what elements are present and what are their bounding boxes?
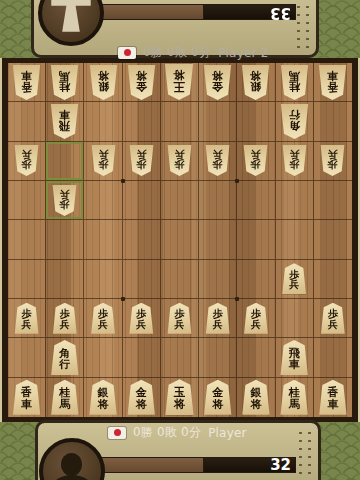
board-cell[interactable]: 歩兵 <box>46 299 84 338</box>
board-cell[interactable] <box>314 260 352 299</box>
bottom-player-panel: 0勝 0敗 0分 Player 32 <box>35 420 321 480</box>
board-cell[interactable]: 銀将 <box>84 63 122 102</box>
gote-knight-piece[interactable]: 桂馬 <box>49 65 80 100</box>
gote-pawn-piece[interactable]: 歩兵 <box>13 145 40 176</box>
board-cell[interactable]: 歩兵 <box>161 142 199 181</box>
bottom-player-record: 0勝 0敗 0分 <box>133 424 201 441</box>
top-player-panel: 33 0勝 0敗 0分 Player 2 <box>31 0 319 58</box>
board-cell[interactable]: 香車 <box>314 378 352 417</box>
board-cell[interactable] <box>237 102 275 141</box>
shogi-app-screen: 香車桂馬銀将金将王将金将銀将桂馬香車飛車角行歩兵歩兵歩兵歩兵歩兵歩兵歩兵歩兵歩兵… <box>0 0 360 480</box>
board-cell[interactable] <box>237 220 275 259</box>
gote-lance-piece[interactable]: 香車 <box>317 65 348 100</box>
gote-bishop-piece[interactable]: 角行 <box>279 104 310 139</box>
sente-bishop-piece[interactable]: 角行 <box>49 340 80 375</box>
board-cell[interactable] <box>199 260 237 299</box>
gote-pawn-piece[interactable]: 歩兵 <box>204 145 231 176</box>
board-cell[interactable] <box>314 220 352 259</box>
japan-flag-icon <box>118 47 136 59</box>
board-cell[interactable] <box>161 220 199 259</box>
board-cell[interactable]: 歩兵 <box>314 299 352 338</box>
board-cell[interactable] <box>199 220 237 259</box>
board-cell[interactable] <box>276 181 314 220</box>
sente-pawn-piece[interactable]: 歩兵 <box>90 303 117 334</box>
hoshi-dot <box>235 297 239 301</box>
sente-pawn-piece[interactable]: 歩兵 <box>166 303 193 334</box>
board-cell[interactable]: 歩兵 <box>199 299 237 338</box>
board-cell[interactable]: 歩兵 <box>84 299 122 338</box>
board-cell[interactable] <box>46 142 84 181</box>
board-cell[interactable]: 桂馬 <box>276 378 314 417</box>
top-player-clock: 33 <box>270 5 291 20</box>
board-cell[interactable] <box>161 181 199 220</box>
board-cell[interactable]: 歩兵 <box>237 299 275 338</box>
board-cell[interactable]: 歩兵 <box>123 142 161 181</box>
board-cell[interactable]: 歩兵 <box>276 260 314 299</box>
board-cell[interactable]: 歩兵 <box>237 142 275 181</box>
top-player-avatar <box>38 0 104 46</box>
top-player-info-row: 0勝 0敗 0分 Player 2 <box>118 44 269 61</box>
board-cell[interactable]: 歩兵 <box>46 181 84 220</box>
board-cell[interactable] <box>161 338 199 377</box>
japan-flag-icon <box>108 427 126 439</box>
board-cell[interactable] <box>8 338 46 377</box>
board-cell[interactable] <box>84 260 122 299</box>
sente-pawn-piece[interactable]: 歩兵 <box>319 303 346 334</box>
board-cell[interactable] <box>84 181 122 220</box>
board-cell[interactable]: 飛車 <box>276 338 314 377</box>
board-cell[interactable] <box>314 338 352 377</box>
sente-pawn-piece[interactable]: 歩兵 <box>13 303 40 334</box>
sente-knight-piece[interactable]: 桂馬 <box>279 380 310 415</box>
sente-pawn-piece[interactable]: 歩兵 <box>204 303 231 334</box>
board-cell[interactable]: 桂馬 <box>46 378 84 417</box>
shogi-piece-avatar-icon <box>50 0 92 33</box>
bottom-time-bar-remainder: 32 <box>204 458 295 472</box>
gote-lance-piece[interactable]: 香車 <box>11 65 42 100</box>
sente-gold-piece[interactable]: 金将 <box>202 380 233 415</box>
sente-pawn-piece[interactable]: 歩兵 <box>281 263 308 294</box>
hoshi-dot <box>121 297 125 301</box>
board-cell[interactable]: 金将 <box>199 378 237 417</box>
board-cell[interactable]: 金将 <box>123 63 161 102</box>
board-cell[interactable] <box>199 338 237 377</box>
board-cell[interactable]: 歩兵 <box>84 142 122 181</box>
board-cell[interactable]: 歩兵 <box>161 299 199 338</box>
board-cell[interactable]: 歩兵 <box>199 142 237 181</box>
gote-pawn-piece[interactable]: 歩兵 <box>128 145 155 176</box>
board-cell[interactable] <box>84 102 122 141</box>
top-player-record: 0勝 0敗 0分 <box>143 44 211 61</box>
board-cell[interactable]: 歩兵 <box>8 299 46 338</box>
board-cell[interactable]: 銀将 <box>237 63 275 102</box>
gote-pawn-piece[interactable]: 歩兵 <box>51 185 78 216</box>
gote-knight-piece[interactable]: 桂馬 <box>279 65 310 100</box>
board-cell[interactable] <box>237 181 275 220</box>
board-cell[interactable]: 歩兵 <box>314 142 352 181</box>
board-grid: 香車桂馬銀将金将王将金将銀将桂馬香車飛車角行歩兵歩兵歩兵歩兵歩兵歩兵歩兵歩兵歩兵… <box>8 63 352 417</box>
board-cell[interactable] <box>276 299 314 338</box>
board-cell[interactable] <box>123 220 161 259</box>
bottom-player-info-row: 0勝 0敗 0分 Player <box>108 424 247 441</box>
gote-pawn-piece[interactable]: 歩兵 <box>319 145 346 176</box>
sente-pawn-piece[interactable]: 歩兵 <box>51 303 78 334</box>
sente-king-piece[interactable]: 玉将 <box>163 379 195 415</box>
board-cell[interactable]: 銀将 <box>84 378 122 417</box>
board-cell[interactable] <box>161 102 199 141</box>
board-cell[interactable] <box>161 260 199 299</box>
top-time-bar-remainder: 33 <box>204 5 295 19</box>
bottom-player-name: Player <box>208 426 247 440</box>
gote-silver-piece[interactable]: 銀将 <box>240 65 271 100</box>
bottom-player-avatar <box>39 438 105 480</box>
gote-pawn-piece[interactable]: 歩兵 <box>281 145 308 176</box>
board-cell[interactable]: 金将 <box>123 378 161 417</box>
top-player-name: Player 2 <box>218 46 268 60</box>
board-cell[interactable] <box>8 260 46 299</box>
board-cell[interactable] <box>123 260 161 299</box>
shogi-board: 香車桂馬銀将金将王将金将銀将桂馬香車飛車角行歩兵歩兵歩兵歩兵歩兵歩兵歩兵歩兵歩兵… <box>0 58 360 422</box>
gote-pawn-piece[interactable]: 歩兵 <box>242 145 269 176</box>
board-cell[interactable] <box>123 181 161 220</box>
board-cell[interactable] <box>199 181 237 220</box>
gote-pawn-piece[interactable]: 歩兵 <box>90 145 117 176</box>
gote-pawn-piece[interactable]: 歩兵 <box>166 145 193 176</box>
bottom-player-clock: 32 <box>270 458 291 473</box>
board-cell[interactable] <box>123 102 161 141</box>
board-cell[interactable]: 玉将 <box>161 378 199 417</box>
board-cell[interactable] <box>46 220 84 259</box>
board-cell[interactable]: 香車 <box>8 63 46 102</box>
board-cell[interactable] <box>237 338 275 377</box>
board-cell[interactable]: 歩兵 <box>123 299 161 338</box>
board-cell[interactable] <box>199 102 237 141</box>
board-cell[interactable] <box>314 102 352 141</box>
sente-lance-piece[interactable]: 香車 <box>317 380 348 415</box>
gote-king-piece[interactable]: 王将 <box>163 64 195 100</box>
gote-gold-piece[interactable]: 金将 <box>202 65 233 100</box>
sente-knight-piece[interactable]: 桂馬 <box>49 380 80 415</box>
sente-pawn-piece[interactable]: 歩兵 <box>242 303 269 334</box>
sente-silver-piece[interactable]: 銀将 <box>240 380 271 415</box>
board-cell[interactable] <box>8 102 46 141</box>
sente-gold-piece[interactable]: 金将 <box>126 380 157 415</box>
board-cell[interactable]: 歩兵 <box>8 142 46 181</box>
sente-silver-piece[interactable]: 銀将 <box>88 380 119 415</box>
board-cell[interactable] <box>276 220 314 259</box>
board-cell[interactable]: 桂馬 <box>46 63 84 102</box>
sente-pawn-piece[interactable]: 歩兵 <box>128 303 155 334</box>
board-cell[interactable] <box>46 260 84 299</box>
board-cell[interactable] <box>237 260 275 299</box>
board-cell[interactable] <box>8 181 46 220</box>
board-cell[interactable]: 歩兵 <box>276 142 314 181</box>
sente-lance-piece[interactable]: 香車 <box>11 380 42 415</box>
board-cell[interactable]: 桂馬 <box>276 63 314 102</box>
gote-rook-piece[interactable]: 飛車 <box>49 104 80 139</box>
board-cell[interactable]: 角行 <box>46 338 84 377</box>
person-avatar-icon <box>50 449 94 480</box>
board-cell[interactable] <box>84 220 122 259</box>
board-cell[interactable] <box>123 338 161 377</box>
board-cell[interactable]: 香車 <box>314 63 352 102</box>
board-cell[interactable]: 金将 <box>199 63 237 102</box>
gote-silver-piece[interactable]: 銀将 <box>88 65 119 100</box>
hoshi-dot <box>235 179 239 183</box>
hoshi-dot <box>121 179 125 183</box>
board-cell[interactable]: 飛車 <box>46 102 84 141</box>
board-cell[interactable] <box>8 220 46 259</box>
board-cell[interactable]: 香車 <box>8 378 46 417</box>
board-cell[interactable]: 角行 <box>276 102 314 141</box>
board-cell[interactable] <box>84 338 122 377</box>
board-cell[interactable]: 銀将 <box>237 378 275 417</box>
board-cell[interactable] <box>314 181 352 220</box>
board-cell[interactable]: 王将 <box>161 63 199 102</box>
gote-gold-piece[interactable]: 金将 <box>126 65 157 100</box>
sente-rook-piece[interactable]: 飛車 <box>279 340 310 375</box>
